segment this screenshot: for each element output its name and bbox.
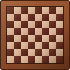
square-a4[interactable]: [7, 35, 14, 42]
square-a8[interactable]: [7, 7, 14, 14]
square-b4[interactable]: [14, 35, 21, 42]
square-c2[interactable]: [21, 49, 28, 56]
square-d3[interactable]: [28, 42, 35, 49]
square-c4[interactable]: [21, 35, 28, 42]
square-e4[interactable]: [35, 35, 42, 42]
square-h4[interactable]: [56, 35, 63, 42]
board-grid: [6, 6, 64, 64]
square-h2[interactable]: [56, 49, 63, 56]
square-d4[interactable]: [28, 35, 35, 42]
square-d2[interactable]: [28, 49, 35, 56]
square-a3[interactable]: [7, 42, 14, 49]
square-h1[interactable]: [56, 56, 63, 63]
square-g2[interactable]: [49, 49, 56, 56]
square-c6[interactable]: [21, 21, 28, 28]
square-b8[interactable]: [14, 7, 21, 14]
square-g1[interactable]: [49, 56, 56, 63]
square-e2[interactable]: [35, 49, 42, 56]
square-d5[interactable]: [28, 28, 35, 35]
square-g4[interactable]: [49, 35, 56, 42]
square-d1[interactable]: [28, 56, 35, 63]
chess-board: [0, 0, 70, 70]
square-f8[interactable]: [42, 7, 49, 14]
square-f7[interactable]: [42, 14, 49, 21]
square-g3[interactable]: [49, 42, 56, 49]
square-d7[interactable]: [28, 14, 35, 21]
square-h6[interactable]: [56, 21, 63, 28]
square-f5[interactable]: [42, 28, 49, 35]
square-c8[interactable]: [21, 7, 28, 14]
square-f4[interactable]: [42, 35, 49, 42]
square-f1[interactable]: [42, 56, 49, 63]
square-a5[interactable]: [7, 28, 14, 35]
square-c3[interactable]: [21, 42, 28, 49]
square-h8[interactable]: [56, 7, 63, 14]
square-b5[interactable]: [14, 28, 21, 35]
square-h3[interactable]: [56, 42, 63, 49]
square-c5[interactable]: [21, 28, 28, 35]
square-f6[interactable]: [42, 21, 49, 28]
square-b1[interactable]: [14, 56, 21, 63]
square-e1[interactable]: [35, 56, 42, 63]
square-a6[interactable]: [7, 21, 14, 28]
square-h5[interactable]: [56, 28, 63, 35]
square-b3[interactable]: [14, 42, 21, 49]
square-a7[interactable]: [7, 14, 14, 21]
square-e6[interactable]: [35, 21, 42, 28]
square-d8[interactable]: [28, 7, 35, 14]
square-b6[interactable]: [14, 21, 21, 28]
square-g6[interactable]: [49, 21, 56, 28]
square-c1[interactable]: [21, 56, 28, 63]
square-c7[interactable]: [21, 14, 28, 21]
square-e5[interactable]: [35, 28, 42, 35]
square-b7[interactable]: [14, 14, 21, 21]
square-e8[interactable]: [35, 7, 42, 14]
square-d6[interactable]: [28, 21, 35, 28]
square-a1[interactable]: [7, 56, 14, 63]
square-g7[interactable]: [49, 14, 56, 21]
square-a2[interactable]: [7, 49, 14, 56]
square-e3[interactable]: [35, 42, 42, 49]
square-f2[interactable]: [42, 49, 49, 56]
square-g5[interactable]: [49, 28, 56, 35]
square-f3[interactable]: [42, 42, 49, 49]
square-e7[interactable]: [35, 14, 42, 21]
square-h7[interactable]: [56, 14, 63, 21]
square-g8[interactable]: [49, 7, 56, 14]
square-b2[interactable]: [14, 49, 21, 56]
